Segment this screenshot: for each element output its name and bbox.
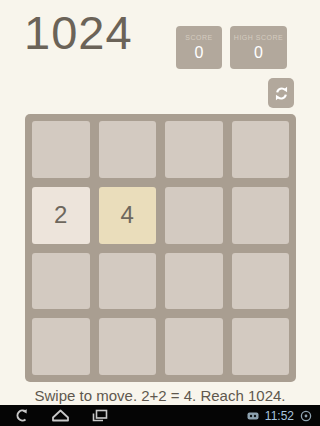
board-cell-empty: [232, 253, 290, 310]
board-cell-empty: [232, 187, 290, 244]
back-icon: [14, 409, 29, 422]
home-button[interactable]: [51, 409, 70, 422]
score-box: SCORE 0: [176, 26, 222, 69]
nav-buttons: [14, 409, 108, 422]
home-icon: [51, 409, 70, 422]
board-cell-empty: [99, 253, 157, 310]
status-circle-icon: [300, 410, 312, 422]
high-score-box: HIGH SCORE 0: [230, 26, 287, 69]
score-label: SCORE: [185, 34, 212, 41]
board-cell-empty: [32, 121, 90, 178]
score-value: 0: [195, 44, 204, 62]
app-screen: 1024 SCORE 0 HIGH SCORE 0 24 Swipe to mo…: [0, 0, 320, 426]
back-button[interactable]: [14, 409, 29, 422]
status-clock: 11:52: [265, 409, 294, 423]
board-cell-empty: [232, 121, 290, 178]
refresh-icon: [274, 86, 289, 101]
board-cell-empty: [165, 253, 223, 310]
board[interactable]: 24: [25, 114, 296, 382]
status-mascot-icon: [247, 411, 259, 421]
board-cell-empty: [32, 318, 90, 375]
board-cell-empty: [99, 318, 157, 375]
recents-button[interactable]: [92, 409, 108, 422]
tile-4: 4: [99, 187, 157, 244]
board-cell-empty: [165, 318, 223, 375]
high-score-value: 0: [254, 44, 263, 62]
page-title: 1024: [24, 8, 133, 58]
board-cell-empty: [165, 121, 223, 178]
restart-button[interactable]: [268, 78, 294, 108]
board-cell-empty: [99, 121, 157, 178]
android-navbar: 11:52: [0, 405, 320, 426]
board-cell-empty: [165, 187, 223, 244]
statusbar-right: 11:52: [247, 409, 312, 423]
board-cell-empty: [232, 318, 290, 375]
instruction-text: Swipe to move. 2+2 = 4. Reach 1024.: [0, 387, 320, 404]
high-score-label: HIGH SCORE: [234, 34, 283, 41]
tile-2: 2: [32, 187, 90, 244]
recents-icon: [92, 409, 108, 422]
board-cell-empty: [32, 253, 90, 310]
